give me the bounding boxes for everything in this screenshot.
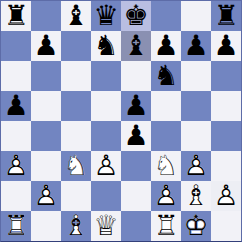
square-b4[interactable] [31,121,61,151]
square-a7[interactable] [1,31,31,61]
white-pawn-icon[interactable]: ♟♙ [91,151,121,181]
square-h2[interactable]: ♟♙ [211,181,241,211]
square-d5[interactable] [91,91,121,121]
white-king-icon[interactable]: ♚♔ [181,211,211,241]
white-knight-icon[interactable]: ♞♘ [151,151,181,181]
square-g5[interactable] [181,91,211,121]
black-bishop-icon[interactable]: ♝ [121,31,151,61]
square-f1[interactable]: ♜♖ [151,211,181,241]
square-e2[interactable] [121,181,151,211]
black-pawn-icon[interactable]: ♟ [181,31,211,61]
square-b5[interactable] [31,91,61,121]
black-knight-icon[interactable]: ♞ [151,61,181,91]
square-c3[interactable]: ♞♘ [61,151,91,181]
square-g4[interactable] [181,121,211,151]
square-d4[interactable] [91,121,121,151]
square-d7[interactable]: ♞ [91,31,121,61]
square-c4[interactable] [61,121,91,151]
black-pawn-icon[interactable]: ♟ [31,31,61,61]
square-a4[interactable] [1,121,31,151]
square-g8[interactable] [181,1,211,31]
square-f2[interactable]: ♟♙ [151,181,181,211]
square-b6[interactable] [31,61,61,91]
white-pawn-icon[interactable]: ♟♙ [151,181,181,211]
black-rook-icon[interactable]: ♜ [1,1,31,31]
square-h3[interactable] [211,151,241,181]
square-a1[interactable]: ♜♖ [1,211,31,241]
chess-board-container: ♜♝♛♚♜♟♞♝♟♟♟♞♟♟♟♟♙♞♘♟♙♞♘♟♙♟♙♟♙♝♗♟♙♜♖♝♗♛♕♜… [0,0,242,242]
square-g7[interactable]: ♟ [181,31,211,61]
black-pawn-icon[interactable]: ♟ [151,31,181,61]
square-b3[interactable] [31,151,61,181]
square-d1[interactable]: ♛♕ [91,211,121,241]
square-c8[interactable]: ♝ [61,1,91,31]
square-a3[interactable]: ♟♙ [1,151,31,181]
square-e1[interactable] [121,211,151,241]
black-knight-icon[interactable]: ♞ [91,31,121,61]
square-d6[interactable] [91,61,121,91]
square-e7[interactable]: ♝ [121,31,151,61]
square-a2[interactable] [1,181,31,211]
square-g2[interactable]: ♝♗ [181,181,211,211]
square-c7[interactable] [61,31,91,61]
square-f4[interactable] [151,121,181,151]
square-e3[interactable] [121,151,151,181]
square-b1[interactable] [31,211,61,241]
black-pawn-icon[interactable]: ♟ [1,91,31,121]
square-a8[interactable]: ♜ [1,1,31,31]
square-a6[interactable] [1,61,31,91]
square-f6[interactable]: ♞ [151,61,181,91]
square-c1[interactable]: ♝♗ [61,211,91,241]
square-c5[interactable] [61,91,91,121]
black-pawn-icon[interactable]: ♟ [121,121,151,151]
square-b7[interactable]: ♟ [31,31,61,61]
square-f5[interactable] [151,91,181,121]
square-h4[interactable] [211,121,241,151]
square-e4[interactable]: ♟ [121,121,151,151]
black-queen-icon[interactable]: ♛ [91,1,121,31]
white-bishop-icon[interactable]: ♝♗ [61,211,91,241]
white-pawn-icon[interactable]: ♟♙ [1,151,31,181]
square-f3[interactable]: ♞♘ [151,151,181,181]
square-g1[interactable]: ♚♔ [181,211,211,241]
square-h7[interactable]: ♟ [211,31,241,61]
square-c2[interactable] [61,181,91,211]
black-bishop-icon[interactable]: ♝ [61,1,91,31]
chess-board: ♜♝♛♚♜♟♞♝♟♟♟♞♟♟♟♟♙♞♘♟♙♞♘♟♙♟♙♟♙♝♗♟♙♜♖♝♗♛♕♜… [0,0,242,242]
black-rook-icon[interactable]: ♜ [211,1,241,31]
square-f8[interactable] [151,1,181,31]
square-d8[interactable]: ♛ [91,1,121,31]
square-c6[interactable] [61,61,91,91]
black-pawn-icon[interactable]: ♟ [121,91,151,121]
square-b2[interactable]: ♟♙ [31,181,61,211]
white-queen-icon[interactable]: ♛♕ [91,211,121,241]
square-h8[interactable]: ♜ [211,1,241,31]
white-knight-icon[interactable]: ♞♘ [61,151,91,181]
white-rook-icon[interactable]: ♜♖ [151,211,181,241]
square-e5[interactable]: ♟ [121,91,151,121]
square-a5[interactable]: ♟ [1,91,31,121]
black-pawn-icon[interactable]: ♟ [211,31,241,61]
white-bishop-icon[interactable]: ♝♗ [181,181,211,211]
square-f7[interactable]: ♟ [151,31,181,61]
white-rook-icon[interactable]: ♜♖ [1,211,31,241]
white-pawn-icon[interactable]: ♟♙ [181,151,211,181]
square-h5[interactable] [211,91,241,121]
white-pawn-icon[interactable]: ♟♙ [31,181,61,211]
square-d2[interactable] [91,181,121,211]
white-pawn-icon[interactable]: ♟♙ [211,181,241,211]
square-h1[interactable] [211,211,241,241]
square-e6[interactable] [121,61,151,91]
square-g6[interactable] [181,61,211,91]
square-g3[interactable]: ♟♙ [181,151,211,181]
square-h6[interactable] [211,61,241,91]
square-e8[interactable]: ♚ [121,1,151,31]
black-king-icon[interactable]: ♚ [121,1,151,31]
square-b8[interactable] [31,1,61,31]
square-d3[interactable]: ♟♙ [91,151,121,181]
